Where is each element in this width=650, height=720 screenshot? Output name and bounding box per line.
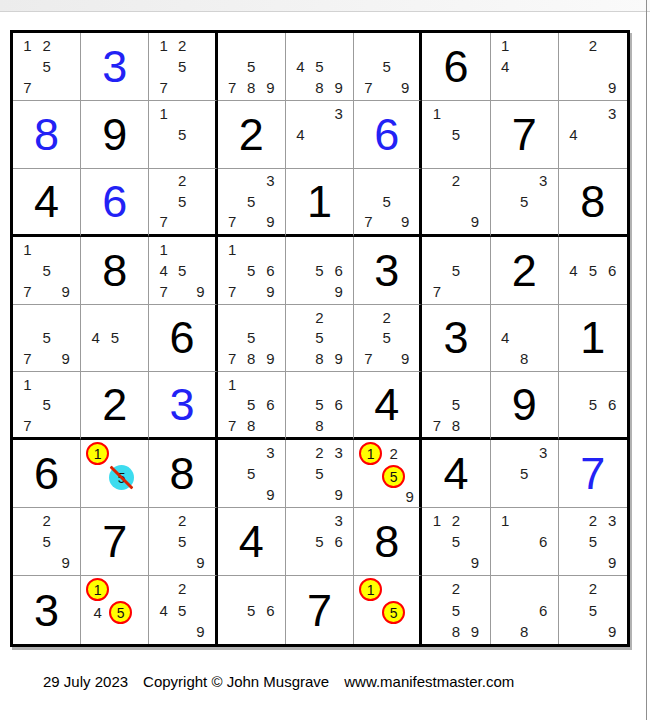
candidate-grid: 2589 [422, 576, 489, 644]
candidate-grid: 2359 [559, 508, 627, 575]
candidate-9: 9 [266, 213, 274, 230]
candidate-5: 5 [315, 396, 323, 413]
cell-r2c7[interactable]: 15 [422, 101, 490, 169]
cell-r4c8[interactable]: 2 [491, 237, 559, 305]
given-digit: 8 [102, 248, 127, 293]
candidate-3: 3 [539, 444, 547, 461]
candidate-6: 6 [266, 602, 274, 619]
candidate-2: 2 [178, 512, 186, 529]
candidate-5: 5 [111, 329, 119, 346]
candidate-6: 6 [266, 262, 274, 279]
candidate-8: 8 [315, 79, 323, 96]
cell-r6c6[interactable]: 4 [354, 372, 422, 440]
candidate-6: 6 [608, 396, 616, 413]
candidate-grid: 1579 [13, 237, 80, 304]
cell-r3c9[interactable]: 8 [559, 169, 627, 237]
cell-r5c7[interactable]: 3 [422, 305, 490, 373]
candidate-4: 4 [159, 262, 167, 279]
candidate-1: 1 [159, 241, 167, 258]
candidate-5: 5 [452, 126, 460, 143]
candidate-3: 3 [539, 172, 547, 189]
candidate-grid: 57 [422, 237, 489, 304]
candidate-grid: 157 [13, 372, 80, 437]
cell-r6c1[interactable]: 157 [13, 372, 81, 440]
candidate-grid: 15 [81, 440, 148, 507]
candidate-9: 9 [62, 350, 70, 367]
given-digit: 7 [512, 112, 537, 157]
cell-r9c8[interactable]: 68 [491, 576, 559, 644]
cell-r1c2[interactable]: 3 [81, 33, 149, 101]
cell-r1c7[interactable]: 6 [422, 33, 490, 101]
given-digit: 8 [170, 451, 195, 496]
candidate-5-eliminated: 5 [109, 465, 134, 490]
candidate-7: 7 [23, 79, 31, 96]
window-edge-line [646, 0, 647, 720]
candidate-7: 7 [364, 79, 372, 96]
candidate-grid: 579 [13, 305, 80, 372]
candidate-5: 5 [178, 533, 186, 550]
candidate-5: 5 [589, 262, 597, 279]
candidate-9: 9 [334, 350, 342, 367]
candidate-5: 5 [452, 602, 460, 619]
given-digit: 4 [374, 382, 399, 427]
candidate-2: 2 [315, 309, 323, 326]
candidate-grid: 1259 [422, 508, 489, 575]
given-digit: 4 [34, 179, 59, 224]
candidate-grid: 56 [218, 576, 285, 644]
candidate-grid: 14 [491, 33, 558, 100]
candidate-grid: 56 [559, 372, 627, 437]
cell-r8c9[interactable]: 2359 [559, 508, 627, 576]
candidate-grid: 456 [559, 237, 627, 304]
solved-digit: 7 [580, 451, 605, 496]
cell-r4c1[interactable]: 1579 [13, 237, 81, 305]
candidate-2: 2 [589, 580, 597, 597]
given-digit: 6 [34, 451, 59, 496]
given-digit: 4 [239, 519, 264, 564]
cell-r2c5[interactable]: 34 [286, 101, 354, 169]
candidate-1-yellow-circle: 1 [86, 442, 109, 465]
cell-r8c8[interactable]: 16 [491, 508, 559, 576]
candidate-8: 8 [247, 350, 255, 367]
cell-r3c2[interactable]: 6 [81, 169, 149, 237]
candidate-grid: 259 [13, 508, 80, 575]
candidate-5: 5 [178, 193, 186, 210]
candidate-grid: 356 [286, 508, 353, 575]
cell-r7c5[interactable]: 2359 [286, 440, 354, 508]
cell-r5c5[interactable]: 2589 [286, 305, 354, 373]
given-digit: 6 [443, 44, 468, 89]
cell-r7c6[interactable]: 1259 [354, 440, 422, 508]
candidate-grid: 579 [354, 169, 419, 234]
candidate-grid: 16 [491, 508, 558, 575]
candidate-5-yellow-circle: 5 [382, 465, 405, 488]
candidate-2: 2 [178, 37, 186, 54]
candidate-5: 5 [42, 396, 50, 413]
candidate-grid: 15 [422, 101, 489, 168]
cell-r8c4[interactable]: 4 [218, 508, 286, 576]
solved-digit: 3 [170, 382, 195, 427]
candidate-5: 5 [383, 193, 391, 210]
candidate-4: 4 [296, 126, 304, 143]
candidate-5: 5 [315, 533, 323, 550]
candidate-1: 1 [23, 37, 31, 54]
candidate-7: 7 [159, 79, 167, 96]
candidate-5: 5 [383, 58, 391, 75]
given-digit: 1 [307, 179, 332, 224]
candidate-2: 2 [589, 512, 597, 529]
cell-r3c5[interactable]: 1 [286, 169, 354, 237]
candidate-2: 2 [389, 445, 397, 462]
candidate-9: 9 [471, 213, 479, 230]
candidate-1: 1 [433, 105, 441, 122]
cell-r3c8[interactable]: 35 [491, 169, 559, 237]
candidate-5: 5 [42, 262, 50, 279]
candidate-4: 4 [159, 602, 167, 619]
cell-r9c1[interactable]: 3 [13, 576, 81, 644]
candidate-5: 5 [247, 602, 255, 619]
candidate-7: 7 [364, 350, 372, 367]
candidate-3: 3 [608, 512, 616, 529]
candidate-5: 5 [520, 465, 528, 482]
candidate-5: 5 [42, 329, 50, 346]
candidate-6: 6 [539, 533, 547, 550]
candidate-8: 8 [452, 623, 460, 640]
candidate-grid: 1259 [354, 440, 419, 507]
cell-r9c3[interactable]: 2459 [149, 576, 217, 644]
cell-r1c8[interactable]: 14 [491, 33, 559, 101]
candidate-7: 7 [364, 213, 372, 230]
candidate-1: 1 [501, 37, 509, 54]
candidate-5: 5 [178, 58, 186, 75]
candidate-7: 7 [228, 417, 236, 434]
candidate-grid: 359 [218, 440, 285, 507]
candidate-7: 7 [228, 283, 236, 300]
caption: 29 July 2023Copyright © John Musgravewww… [43, 673, 514, 690]
cell-r2c8[interactable]: 7 [491, 101, 559, 169]
given-digit: 7 [102, 519, 127, 564]
candidate-2: 2 [589, 37, 597, 54]
candidate-9: 9 [334, 486, 342, 503]
candidate-6: 6 [539, 602, 547, 619]
given-digit: 8 [580, 179, 605, 224]
candidate-grid: 145 [81, 576, 148, 644]
cell-r5c3[interactable]: 6 [149, 305, 217, 373]
candidate-9: 9 [266, 486, 274, 503]
window-chrome-strip [0, 0, 650, 12]
candidate-grid: 15 [149, 101, 214, 168]
candidate-6: 6 [334, 533, 342, 550]
cell-r6c8[interactable]: 9 [491, 372, 559, 440]
candidate-9: 9 [608, 79, 616, 96]
candidate-grid: 568 [286, 372, 353, 437]
candidate-grid: 48 [491, 305, 558, 372]
candidate-grid: 29 [559, 33, 627, 100]
candidate-grid: 4589 [286, 33, 353, 100]
candidate-2: 2 [178, 172, 186, 189]
cell-r8c3[interactable]: 259 [149, 508, 217, 576]
candidate-3: 3 [334, 512, 342, 529]
candidate-grid: 2589 [286, 305, 353, 372]
candidate-5-yellow-circle: 5 [109, 601, 132, 624]
candidate-grid: 15 [354, 576, 419, 644]
candidate-9: 9 [334, 79, 342, 96]
candidate-grid: 35 [491, 169, 558, 234]
cell-r3c4[interactable]: 3579 [218, 169, 286, 237]
given-digit: 1 [580, 315, 605, 360]
given-digit: 6 [170, 315, 195, 360]
candidate-1: 1 [23, 376, 31, 393]
candidate-2: 2 [383, 309, 391, 326]
candidate-7: 7 [159, 213, 167, 230]
page: { "game": "sudoku", "position": ".3....6… [0, 0, 650, 720]
candidate-grid: 257 [149, 169, 214, 234]
candidate-4: 4 [296, 58, 304, 75]
candidate-5: 5 [589, 602, 597, 619]
cell-r4c5[interactable]: 569 [286, 237, 354, 305]
caption-website: www.manifestmaster.com [344, 673, 514, 690]
candidate-9: 9 [471, 554, 479, 571]
candidate-5: 5 [178, 126, 186, 143]
caption-copyright: Copyright © John Musgrave [143, 673, 329, 690]
cell-r6c2[interactable]: 2 [81, 372, 149, 440]
sudoku-grid: 1257312575789458957961429891523461573446… [10, 30, 630, 647]
candidate-7: 7 [433, 283, 441, 300]
candidate-9: 9 [62, 554, 70, 571]
cell-r9c6[interactable]: 15 [354, 576, 422, 644]
candidate-grid: 2459 [149, 576, 214, 644]
candidate-5: 5 [247, 329, 255, 346]
cell-r1c3[interactable]: 1257 [149, 33, 217, 101]
cell-r1c9[interactable]: 29 [559, 33, 627, 101]
cell-r3c6[interactable]: 579 [354, 169, 422, 237]
candidate-9: 9 [401, 350, 409, 367]
candidate-1: 1 [433, 512, 441, 529]
cell-r4c6[interactable]: 3 [354, 237, 422, 305]
candidate-8: 8 [315, 350, 323, 367]
cell-r2c1[interactable]: 8 [13, 101, 81, 169]
candidate-9: 9 [266, 283, 274, 300]
candidate-9: 9 [401, 79, 409, 96]
candidate-5: 5 [383, 329, 391, 346]
given-digit: 2 [512, 248, 537, 293]
cell-r7c9[interactable]: 7 [559, 440, 627, 508]
candidate-grid: 14579 [149, 237, 214, 304]
cell-r4c9[interactable]: 456 [559, 237, 627, 305]
cell-r4c7[interactable]: 57 [422, 237, 490, 305]
candidate-9: 9 [266, 79, 274, 96]
candidate-8: 8 [520, 350, 528, 367]
candidate-grid: 5789 [218, 33, 285, 100]
candidate-grid: 34 [559, 101, 627, 168]
cell-r2c9[interactable]: 34 [559, 101, 627, 169]
candidate-9: 9 [608, 623, 616, 640]
candidate-grid: 578 [422, 372, 489, 437]
given-digit: 9 [512, 382, 537, 427]
candidate-4: 4 [501, 58, 509, 75]
cell-r1c4[interactable]: 5789 [218, 33, 286, 101]
cell-r1c5[interactable]: 4589 [286, 33, 354, 101]
candidate-5: 5 [589, 396, 597, 413]
candidate-5: 5 [315, 465, 323, 482]
candidate-5: 5 [178, 602, 186, 619]
candidate-grid: 29 [422, 169, 489, 234]
candidate-5: 5 [247, 193, 255, 210]
candidate-5: 5 [520, 193, 528, 210]
given-digit: 3 [374, 248, 399, 293]
given-digit: 2 [239, 112, 264, 157]
candidate-grid: 569 [286, 237, 353, 304]
candidate-5: 5 [452, 533, 460, 550]
candidate-9: 9 [196, 283, 204, 300]
candidate-8: 8 [247, 417, 255, 434]
candidate-4: 4 [569, 262, 577, 279]
candidate-1: 1 [228, 376, 236, 393]
cell-r7c1[interactable]: 6 [13, 440, 81, 508]
candidate-5: 5 [42, 533, 50, 550]
candidate-2: 2 [42, 37, 50, 54]
candidate-1: 1 [23, 241, 31, 258]
cell-r5c2[interactable]: 45 [81, 305, 149, 373]
candidate-grid: 35 [491, 440, 558, 507]
cell-r8c7[interactable]: 1259 [422, 508, 490, 576]
candidate-7: 7 [23, 350, 31, 367]
candidate-2: 2 [42, 512, 50, 529]
candidate-grid: 2579 [354, 305, 419, 372]
candidate-7: 7 [23, 283, 31, 300]
given-digit: 2 [102, 382, 127, 427]
cell-r2c3[interactable]: 15 [149, 101, 217, 169]
cell-r7c3[interactable]: 8 [149, 440, 217, 508]
cell-r4c4[interactable]: 15679 [218, 237, 286, 305]
cell-r6c5[interactable]: 568 [286, 372, 354, 440]
candidate-1: 1 [159, 105, 167, 122]
cell-r8c5[interactable]: 356 [286, 508, 354, 576]
candidate-5: 5 [178, 262, 186, 279]
cell-r4c2[interactable]: 8 [81, 237, 149, 305]
solved-digit: 3 [102, 44, 127, 89]
candidate-4: 4 [92, 329, 100, 346]
cell-r2c4[interactable]: 2 [218, 101, 286, 169]
cell-r4c3[interactable]: 14579 [149, 237, 217, 305]
given-digit: 9 [102, 112, 127, 157]
candidate-3: 3 [266, 172, 274, 189]
candidate-1: 1 [501, 512, 509, 529]
cell-r9c9[interactable]: 259 [559, 576, 627, 644]
candidate-6: 6 [334, 262, 342, 279]
candidate-5: 5 [315, 329, 323, 346]
candidate-5: 5 [42, 58, 50, 75]
candidate-4: 4 [501, 329, 509, 346]
cell-r6c9[interactable]: 56 [559, 372, 627, 440]
candidate-9: 9 [266, 350, 274, 367]
candidate-grid: 2359 [286, 440, 353, 507]
candidate-2: 2 [452, 580, 460, 597]
candidate-grid: 15679 [218, 237, 285, 304]
cell-r7c8[interactable]: 35 [491, 440, 559, 508]
cell-r3c3[interactable]: 257 [149, 169, 217, 237]
candidate-2: 2 [315, 444, 323, 461]
candidate-grid: 1257 [13, 33, 80, 100]
candidate-grid: 34 [286, 101, 353, 168]
cell-r7c2[interactable]: 15 [81, 440, 149, 508]
candidate-5: 5 [452, 262, 460, 279]
candidate-7: 7 [228, 79, 236, 96]
candidate-6: 6 [334, 396, 342, 413]
cell-r5c4[interactable]: 5789 [218, 305, 286, 373]
candidate-5: 5 [247, 396, 255, 413]
cell-r8c2[interactable]: 7 [81, 508, 149, 576]
candidate-8: 8 [520, 623, 528, 640]
cell-r9c2[interactable]: 145 [81, 576, 149, 644]
candidate-7: 7 [228, 213, 236, 230]
candidate-1: 1 [228, 241, 236, 258]
candidate-5: 5 [315, 58, 323, 75]
solved-digit: 8 [34, 112, 59, 157]
candidate-grid: 3579 [218, 169, 285, 234]
candidate-5: 5 [247, 465, 255, 482]
cell-r2c2[interactable]: 9 [81, 101, 149, 169]
candidate-grid: 579 [354, 33, 419, 100]
cell-r3c1[interactable]: 4 [13, 169, 81, 237]
cell-r7c7[interactable]: 4 [422, 440, 490, 508]
candidate-8: 8 [315, 417, 323, 434]
candidate-1-yellow-circle: 1 [359, 578, 382, 601]
cell-r5c8[interactable]: 48 [491, 305, 559, 373]
cell-r5c6[interactable]: 2579 [354, 305, 422, 373]
cell-r5c9[interactable]: 1 [559, 305, 627, 373]
candidate-2: 2 [452, 512, 460, 529]
candidate-grid: 259 [149, 508, 214, 575]
given-digit: 3 [34, 588, 59, 633]
candidate-6: 6 [266, 396, 274, 413]
solved-digit: 6 [374, 112, 399, 157]
cell-r6c7[interactable]: 578 [422, 372, 490, 440]
cell-r1c6[interactable]: 579 [354, 33, 422, 101]
candidate-7: 7 [159, 283, 167, 300]
cell-r1c1[interactable]: 1257 [13, 33, 81, 101]
candidate-2: 2 [178, 580, 186, 597]
candidate-7: 7 [433, 417, 441, 434]
given-digit: 3 [443, 315, 468, 360]
cell-r9c5[interactable]: 7 [286, 576, 354, 644]
given-digit: 7 [307, 588, 332, 633]
cell-r2c6[interactable]: 6 [354, 101, 422, 169]
candidate-3: 3 [266, 444, 274, 461]
candidate-grid: 1257 [149, 33, 214, 100]
candidate-7: 7 [23, 417, 31, 434]
cell-r3c7[interactable]: 29 [422, 169, 490, 237]
candidate-5: 5 [247, 58, 255, 75]
given-digit: 8 [374, 519, 399, 564]
cell-r8c6[interactable]: 8 [354, 508, 422, 576]
candidate-1-yellow-circle: 1 [359, 442, 382, 465]
cell-r7c4[interactable]: 359 [218, 440, 286, 508]
cell-r9c7[interactable]: 2589 [422, 576, 490, 644]
cell-r5c1[interactable]: 579 [13, 305, 81, 373]
cell-r6c3[interactable]: 3 [149, 372, 217, 440]
cell-r8c1[interactable]: 259 [13, 508, 81, 576]
candidate-grid: 259 [559, 576, 627, 644]
candidate-6: 6 [608, 262, 616, 279]
cell-r9c4[interactable]: 56 [218, 576, 286, 644]
candidate-9: 9 [401, 213, 409, 230]
candidate-4: 4 [569, 126, 577, 143]
candidate-grid: 5789 [218, 305, 285, 372]
cell-r6c4[interactable]: 15678 [218, 372, 286, 440]
candidate-8: 8 [247, 79, 255, 96]
candidate-4: 4 [94, 604, 102, 621]
